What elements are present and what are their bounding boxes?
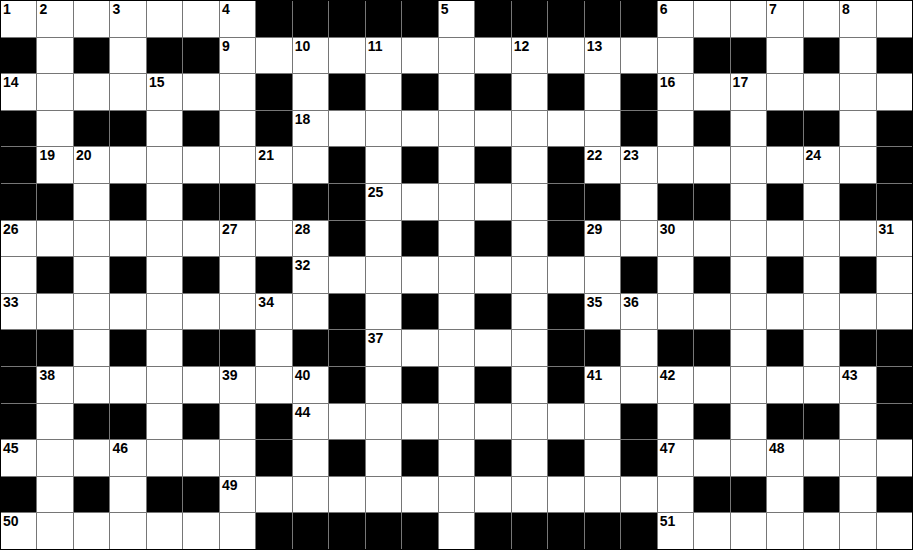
- white-cell[interactable]: [658, 38, 693, 74]
- white-cell[interactable]: [548, 111, 583, 147]
- white-cell[interactable]: [37, 294, 72, 330]
- white-cell[interactable]: [512, 294, 547, 330]
- white-cell[interactable]: [731, 111, 766, 147]
- white-cell[interactable]: [110, 221, 145, 257]
- white-cell[interactable]: [110, 38, 145, 74]
- white-cell[interactable]: 24: [804, 147, 839, 183]
- white-cell[interactable]: [512, 221, 547, 257]
- white-cell[interactable]: [366, 477, 401, 513]
- white-cell[interactable]: [767, 367, 802, 403]
- white-cell[interactable]: [877, 1, 912, 37]
- white-cell[interactable]: [731, 1, 766, 37]
- white-cell[interactable]: [731, 440, 766, 476]
- black-cell: [402, 74, 437, 110]
- white-cell[interactable]: [110, 294, 145, 330]
- clue-number: 47: [660, 440, 676, 456]
- white-cell[interactable]: [585, 74, 620, 110]
- white-cell[interactable]: [147, 367, 182, 403]
- white-cell[interactable]: [731, 184, 766, 220]
- white-cell[interactable]: [366, 294, 401, 330]
- white-cell[interactable]: [621, 330, 656, 366]
- white-cell[interactable]: [475, 184, 510, 220]
- white-cell[interactable]: 3: [110, 1, 145, 37]
- black-cell: [256, 513, 291, 549]
- white-cell[interactable]: [804, 440, 839, 476]
- white-cell[interactable]: 51: [658, 513, 693, 549]
- black-cell: [110, 184, 145, 220]
- white-cell[interactable]: [840, 513, 875, 549]
- white-cell[interactable]: [74, 367, 109, 403]
- white-cell[interactable]: 50: [1, 513, 36, 549]
- white-cell[interactable]: 48: [767, 440, 802, 476]
- white-cell[interactable]: [220, 111, 255, 147]
- clue-number: 43: [842, 367, 858, 383]
- white-cell[interactable]: [220, 257, 255, 293]
- white-cell[interactable]: [439, 221, 474, 257]
- white-cell[interactable]: [256, 330, 291, 366]
- black-cell: [548, 221, 583, 257]
- white-cell[interactable]: [74, 221, 109, 257]
- white-cell[interactable]: [512, 330, 547, 366]
- white-cell[interactable]: [74, 184, 109, 220]
- white-cell[interactable]: 16: [658, 74, 693, 110]
- white-cell[interactable]: [183, 147, 218, 183]
- white-cell[interactable]: [110, 74, 145, 110]
- white-cell[interactable]: [37, 477, 72, 513]
- white-cell[interactable]: [147, 1, 182, 37]
- white-cell[interactable]: 46: [110, 440, 145, 476]
- white-cell[interactable]: [804, 257, 839, 293]
- clue-number: 7: [769, 1, 777, 17]
- white-cell[interactable]: [658, 294, 693, 330]
- white-cell[interactable]: [439, 477, 474, 513]
- white-cell[interactable]: [512, 74, 547, 110]
- white-cell[interactable]: 7: [767, 1, 802, 37]
- black-cell: [694, 111, 729, 147]
- white-cell[interactable]: [37, 404, 72, 440]
- white-cell[interactable]: 15: [147, 74, 182, 110]
- white-cell[interactable]: [256, 38, 291, 74]
- white-cell[interactable]: 17: [731, 74, 766, 110]
- white-cell[interactable]: [147, 147, 182, 183]
- white-cell[interactable]: [731, 513, 766, 549]
- white-cell[interactable]: 1: [1, 1, 36, 37]
- white-cell[interactable]: [220, 294, 255, 330]
- white-cell[interactable]: [731, 257, 766, 293]
- white-cell[interactable]: [694, 367, 729, 403]
- white-cell[interactable]: [877, 74, 912, 110]
- white-cell[interactable]: [475, 38, 510, 74]
- white-cell[interactable]: [220, 147, 255, 183]
- white-cell[interactable]: [366, 367, 401, 403]
- white-cell[interactable]: [767, 477, 802, 513]
- white-cell[interactable]: 33: [1, 294, 36, 330]
- white-cell[interactable]: 47: [658, 440, 693, 476]
- white-cell[interactable]: 19: [37, 147, 72, 183]
- white-cell[interactable]: [512, 367, 547, 403]
- white-cell[interactable]: 11: [366, 38, 401, 74]
- white-cell[interactable]: [475, 330, 510, 366]
- white-cell[interactable]: [220, 513, 255, 549]
- white-cell[interactable]: 22: [585, 147, 620, 183]
- white-cell[interactable]: 41: [585, 367, 620, 403]
- white-cell[interactable]: 18: [293, 111, 328, 147]
- white-cell[interactable]: [694, 74, 729, 110]
- black-cell: [767, 184, 802, 220]
- white-cell[interactable]: [256, 367, 291, 403]
- white-cell[interactable]: [877, 513, 912, 549]
- white-cell[interactable]: [658, 147, 693, 183]
- white-cell[interactable]: [402, 184, 437, 220]
- white-cell[interactable]: [840, 294, 875, 330]
- white-cell[interactable]: [183, 440, 218, 476]
- clue-number: 25: [368, 184, 384, 200]
- white-cell[interactable]: [293, 294, 328, 330]
- white-cell[interactable]: [475, 111, 510, 147]
- black-cell: [767, 111, 802, 147]
- white-cell[interactable]: [37, 221, 72, 257]
- black-cell: [256, 111, 291, 147]
- white-cell[interactable]: [439, 111, 474, 147]
- white-cell[interactable]: [366, 111, 401, 147]
- black-cell: [767, 257, 802, 293]
- white-cell[interactable]: 30: [658, 221, 693, 257]
- white-cell[interactable]: [37, 74, 72, 110]
- black-cell: [1, 330, 36, 366]
- white-cell[interactable]: [329, 257, 364, 293]
- white-cell[interactable]: [877, 440, 912, 476]
- white-cell[interactable]: [804, 367, 839, 403]
- white-cell[interactable]: [694, 294, 729, 330]
- white-cell[interactable]: [329, 111, 364, 147]
- white-cell[interactable]: [37, 38, 72, 74]
- black-cell: [147, 477, 182, 513]
- black-cell: [877, 367, 912, 403]
- white-cell[interactable]: [256, 221, 291, 257]
- black-cell: [694, 184, 729, 220]
- white-cell[interactable]: [621, 38, 656, 74]
- white-cell[interactable]: [840, 74, 875, 110]
- clue-number: 19: [39, 147, 55, 163]
- white-cell[interactable]: [366, 74, 401, 110]
- white-cell[interactable]: [767, 74, 802, 110]
- white-cell[interactable]: [731, 221, 766, 257]
- white-cell[interactable]: 45: [1, 440, 36, 476]
- white-cell[interactable]: [110, 147, 145, 183]
- black-cell: [329, 184, 364, 220]
- clue-number: 35: [587, 294, 603, 310]
- white-cell[interactable]: 2: [37, 1, 72, 37]
- white-cell[interactable]: [512, 440, 547, 476]
- white-cell[interactable]: 6: [658, 1, 693, 37]
- white-cell[interactable]: [439, 440, 474, 476]
- white-cell[interactable]: [621, 184, 656, 220]
- black-cell: [585, 513, 620, 549]
- white-cell[interactable]: [840, 147, 875, 183]
- white-cell[interactable]: 20: [74, 147, 109, 183]
- white-cell[interactable]: [694, 221, 729, 257]
- white-cell[interactable]: [804, 1, 839, 37]
- black-cell: [329, 1, 364, 37]
- white-cell[interactable]: [439, 330, 474, 366]
- white-cell[interactable]: [658, 404, 693, 440]
- clue-number: 8: [842, 1, 850, 17]
- white-cell[interactable]: [147, 257, 182, 293]
- white-cell[interactable]: [183, 513, 218, 549]
- white-cell[interactable]: 32: [293, 257, 328, 293]
- white-cell[interactable]: [183, 1, 218, 37]
- white-cell[interactable]: [439, 404, 474, 440]
- white-cell[interactable]: [402, 330, 437, 366]
- white-cell[interactable]: [74, 294, 109, 330]
- white-cell[interactable]: 26: [1, 221, 36, 257]
- white-cell[interactable]: [293, 477, 328, 513]
- white-cell[interactable]: [439, 367, 474, 403]
- white-cell[interactable]: 37: [366, 330, 401, 366]
- white-cell[interactable]: 21: [256, 147, 291, 183]
- white-cell[interactable]: [183, 74, 218, 110]
- white-cell[interactable]: 40: [293, 367, 328, 403]
- white-cell[interactable]: [37, 513, 72, 549]
- white-cell[interactable]: [658, 111, 693, 147]
- white-cell[interactable]: [840, 111, 875, 147]
- white-cell[interactable]: 28: [293, 221, 328, 257]
- black-cell: [621, 404, 656, 440]
- white-cell[interactable]: [804, 330, 839, 366]
- white-cell[interactable]: [110, 477, 145, 513]
- white-cell[interactable]: 23: [621, 147, 656, 183]
- white-cell[interactable]: 42: [658, 367, 693, 403]
- white-cell[interactable]: [731, 404, 766, 440]
- white-cell[interactable]: [512, 111, 547, 147]
- white-cell[interactable]: [694, 513, 729, 549]
- white-cell[interactable]: [402, 404, 437, 440]
- white-cell[interactable]: [366, 440, 401, 476]
- white-cell[interactable]: 29: [585, 221, 620, 257]
- white-cell[interactable]: [621, 367, 656, 403]
- white-cell[interactable]: [74, 74, 109, 110]
- white-cell[interactable]: [694, 147, 729, 183]
- white-cell[interactable]: [147, 440, 182, 476]
- black-cell: [694, 477, 729, 513]
- white-cell[interactable]: [439, 147, 474, 183]
- white-cell[interactable]: [731, 147, 766, 183]
- white-cell[interactable]: 4: [220, 1, 255, 37]
- white-cell[interactable]: 36: [621, 294, 656, 330]
- white-cell[interactable]: [585, 440, 620, 476]
- black-cell: [475, 440, 510, 476]
- black-cell: [804, 38, 839, 74]
- white-cell[interactable]: [585, 404, 620, 440]
- white-cell[interactable]: [585, 477, 620, 513]
- white-cell[interactable]: [548, 477, 583, 513]
- white-cell[interactable]: [147, 111, 182, 147]
- white-cell[interactable]: [402, 111, 437, 147]
- white-cell[interactable]: [366, 404, 401, 440]
- white-cell[interactable]: [37, 111, 72, 147]
- white-cell[interactable]: [183, 221, 218, 257]
- white-cell[interactable]: 12: [512, 38, 547, 74]
- white-cell[interactable]: [767, 513, 802, 549]
- white-cell[interactable]: [439, 184, 474, 220]
- white-cell[interactable]: 43: [840, 367, 875, 403]
- white-cell[interactable]: [183, 367, 218, 403]
- white-cell[interactable]: [329, 477, 364, 513]
- white-cell[interactable]: [621, 221, 656, 257]
- white-cell[interactable]: [366, 147, 401, 183]
- white-cell[interactable]: [767, 38, 802, 74]
- black-cell: [74, 38, 109, 74]
- white-cell[interactable]: [74, 330, 109, 366]
- white-cell[interactable]: [512, 477, 547, 513]
- white-cell[interactable]: [147, 221, 182, 257]
- white-cell[interactable]: [877, 294, 912, 330]
- white-cell[interactable]: [402, 477, 437, 513]
- black-cell: [183, 257, 218, 293]
- white-cell[interactable]: 10: [293, 38, 328, 74]
- black-cell: [804, 404, 839, 440]
- white-cell[interactable]: [840, 477, 875, 513]
- white-cell[interactable]: [731, 330, 766, 366]
- white-cell[interactable]: 25: [366, 184, 401, 220]
- white-cell[interactable]: 38: [37, 367, 72, 403]
- white-cell[interactable]: [1, 257, 36, 293]
- white-cell[interactable]: 9: [220, 38, 255, 74]
- white-cell[interactable]: [585, 111, 620, 147]
- black-cell: [731, 477, 766, 513]
- black-cell: [804, 477, 839, 513]
- white-cell[interactable]: 34: [256, 294, 291, 330]
- white-cell[interactable]: [110, 367, 145, 403]
- white-cell[interactable]: [439, 74, 474, 110]
- white-cell[interactable]: 35: [585, 294, 620, 330]
- white-cell[interactable]: [293, 147, 328, 183]
- clue-number: 34: [258, 294, 274, 310]
- white-cell[interactable]: [293, 440, 328, 476]
- white-cell[interactable]: [512, 257, 547, 293]
- white-cell[interactable]: [804, 294, 839, 330]
- white-cell[interactable]: 13: [585, 38, 620, 74]
- white-cell[interactable]: 14: [1, 74, 36, 110]
- white-cell[interactable]: [220, 74, 255, 110]
- white-cell[interactable]: 8: [840, 1, 875, 37]
- white-cell[interactable]: [256, 184, 291, 220]
- white-cell[interactable]: [840, 440, 875, 476]
- white-cell[interactable]: 27: [220, 221, 255, 257]
- white-cell[interactable]: [475, 404, 510, 440]
- white-cell[interactable]: [402, 257, 437, 293]
- white-cell[interactable]: 49: [220, 477, 255, 513]
- clue-number: 46: [112, 440, 128, 456]
- white-cell[interactable]: [293, 74, 328, 110]
- white-cell[interactable]: [512, 184, 547, 220]
- white-cell[interactable]: [804, 74, 839, 110]
- white-cell[interactable]: [767, 221, 802, 257]
- black-cell: [731, 38, 766, 74]
- white-cell[interactable]: [877, 257, 912, 293]
- white-cell[interactable]: [512, 404, 547, 440]
- black-cell: [475, 367, 510, 403]
- black-cell: [256, 74, 291, 110]
- white-cell[interactable]: 39: [220, 367, 255, 403]
- white-cell[interactable]: [147, 184, 182, 220]
- white-cell[interactable]: [804, 513, 839, 549]
- white-cell[interactable]: [804, 184, 839, 220]
- black-cell: [220, 330, 255, 366]
- white-cell[interactable]: [840, 38, 875, 74]
- white-cell[interactable]: [731, 367, 766, 403]
- white-cell[interactable]: [147, 404, 182, 440]
- white-cell[interactable]: [767, 147, 802, 183]
- white-cell[interactable]: [110, 513, 145, 549]
- white-cell[interactable]: [658, 477, 693, 513]
- white-cell[interactable]: [366, 221, 401, 257]
- white-cell[interactable]: [475, 257, 510, 293]
- black-cell: [329, 330, 364, 366]
- white-cell[interactable]: [439, 294, 474, 330]
- white-cell[interactable]: [439, 257, 474, 293]
- white-cell[interactable]: [256, 477, 291, 513]
- white-cell[interactable]: [840, 404, 875, 440]
- clue-number: 50: [3, 513, 19, 529]
- black-cell: [694, 330, 729, 366]
- white-cell[interactable]: 5: [439, 1, 474, 37]
- white-cell[interactable]: [585, 257, 620, 293]
- white-cell[interactable]: [147, 330, 182, 366]
- white-cell[interactable]: [402, 38, 437, 74]
- white-cell[interactable]: [74, 513, 109, 549]
- white-cell[interactable]: [329, 38, 364, 74]
- black-cell: [548, 330, 583, 366]
- white-cell[interactable]: 44: [293, 404, 328, 440]
- white-cell[interactable]: [147, 294, 182, 330]
- white-cell[interactable]: [439, 513, 474, 549]
- black-cell: [256, 257, 291, 293]
- white-cell[interactable]: [621, 477, 656, 513]
- black-cell: [1, 404, 36, 440]
- white-cell[interactable]: [512, 147, 547, 183]
- clue-number: 26: [3, 221, 19, 237]
- clue-number: 5: [441, 1, 449, 17]
- white-cell[interactable]: [804, 221, 839, 257]
- white-cell[interactable]: [548, 38, 583, 74]
- white-cell[interactable]: [74, 440, 109, 476]
- white-cell[interactable]: [329, 404, 364, 440]
- white-cell[interactable]: [548, 257, 583, 293]
- white-cell[interactable]: [183, 294, 218, 330]
- white-cell[interactable]: [220, 404, 255, 440]
- white-cell[interactable]: [767, 294, 802, 330]
- black-cell: [147, 38, 182, 74]
- white-cell[interactable]: [694, 1, 729, 37]
- white-cell[interactable]: [548, 404, 583, 440]
- white-cell[interactable]: [731, 294, 766, 330]
- white-cell[interactable]: [37, 440, 72, 476]
- white-cell[interactable]: 31: [877, 221, 912, 257]
- white-cell[interactable]: [366, 257, 401, 293]
- white-cell[interactable]: [658, 257, 693, 293]
- white-cell[interactable]: [74, 1, 109, 37]
- white-cell[interactable]: [439, 38, 474, 74]
- white-cell[interactable]: [475, 477, 510, 513]
- white-cell[interactable]: [694, 440, 729, 476]
- black-cell: [293, 184, 328, 220]
- white-cell[interactable]: [147, 513, 182, 549]
- black-cell: [585, 184, 620, 220]
- white-cell[interactable]: [74, 257, 109, 293]
- white-cell[interactable]: [220, 440, 255, 476]
- white-cell[interactable]: [840, 221, 875, 257]
